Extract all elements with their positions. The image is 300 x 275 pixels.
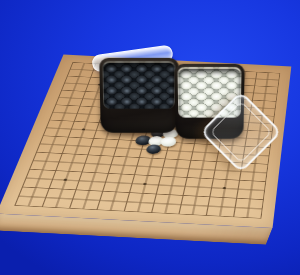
black-stone [145,144,162,154]
black-stone-bowl [99,58,178,133]
go-set-photo [0,0,300,275]
star-point [81,128,85,130]
star-point [222,187,226,189]
black-stones-in-bowl [102,61,175,109]
star-point [63,178,67,180]
star-point [143,182,147,184]
